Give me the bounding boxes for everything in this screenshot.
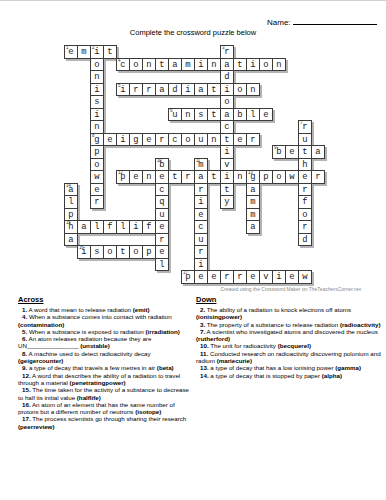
grid-cell[interactable]: i	[90, 83, 104, 97]
grid-cell[interactable]: l	[246, 108, 260, 122]
grid-cell[interactable]: a	[155, 83, 169, 97]
grid-cell[interactable]: i	[194, 195, 208, 209]
clue-number-label: 15	[66, 221, 70, 226]
clue-text: A word that mean to release radiation	[27, 306, 133, 313]
grid-cell[interactable]: a	[311, 145, 325, 159]
clue-item: 9. a type of decay that travels a few me…	[18, 364, 190, 371]
grid-cell[interactable]: t	[220, 183, 234, 197]
grid-cell[interactable]: e	[259, 108, 273, 122]
grid-cell[interactable]: m	[77, 45, 91, 59]
grid-cell[interactable]: f	[298, 195, 312, 209]
grid-cell[interactable]: o	[220, 95, 234, 109]
clue-number: 14.	[200, 372, 209, 379]
clue-item: 14. a type of decay that is stopped by p…	[196, 372, 382, 379]
grid-cell[interactable]: o	[181, 133, 195, 147]
clue-answer: (gamma)	[335, 364, 361, 371]
grid-cell[interactable]: e1	[64, 45, 78, 59]
grid-cell[interactable]: u6	[168, 108, 182, 122]
clue-text: When a substance is exposed to radiation	[27, 328, 145, 335]
clue-number-label: 3	[222, 46, 224, 51]
clue-number-label: 11	[196, 159, 200, 164]
clue-number: 13.	[200, 364, 209, 371]
clue-number-label: 2	[92, 46, 94, 51]
grid-cell[interactable]: b10	[155, 158, 169, 172]
grid-cell[interactable]: v	[220, 158, 234, 172]
down-heading: Down	[196, 295, 382, 304]
clue-item: 2. The ability of a radiation to knock e…	[196, 306, 382, 321]
grid-cell[interactable]: u	[155, 208, 169, 222]
grid-cell[interactable]: i	[220, 170, 234, 184]
grid-cell[interactable]: e	[194, 270, 208, 284]
worksheet-page: Name: Complete the crossword puzzle belo…	[0, 0, 386, 500]
clue-item: 7. A scientist who investigated atoms an…	[196, 328, 382, 343]
clue-number-label: 12	[118, 171, 122, 176]
grid-cell[interactable]: l	[64, 195, 78, 209]
down-clues-section: Down 2. The ability of a radiation to kn…	[196, 295, 382, 379]
clue-number: 16.	[22, 401, 31, 408]
clue-item: 8. A machine used to detect radioactivit…	[18, 350, 190, 365]
across-clue-list: 1. A word that mean to release radiation…	[18, 306, 190, 430]
grid-cell[interactable]: m	[181, 58, 195, 72]
clue-item: 12. A word that describes the ability of…	[18, 372, 190, 387]
clue-answer: (rutherford)	[196, 335, 230, 342]
grid-cell[interactable]: i	[246, 58, 260, 72]
grid-cell[interactable]: v	[259, 270, 273, 284]
clue-answer: (unstable)	[80, 342, 110, 349]
grid-cell[interactable]: n	[272, 58, 286, 72]
clue-text: A machine used to detect radioactivity d…	[27, 350, 150, 357]
grid-cell[interactable]: o	[129, 245, 143, 259]
clue-item: 3. The property of a substance to releas…	[196, 321, 382, 328]
grid-cell[interactable]: r	[298, 183, 312, 197]
grid-cell[interactable]: c	[220, 120, 234, 134]
grid-cell[interactable]: g	[129, 133, 143, 147]
grid-cell[interactable]: n	[142, 58, 156, 72]
grid-cell[interactable]: s	[90, 245, 104, 259]
grid-cell[interactable]: e	[207, 270, 221, 284]
clue-item: 16. An atom of an element that has the s…	[18, 401, 190, 416]
grid-cell[interactable]: u	[194, 233, 208, 247]
grid-cell[interactable]: l	[116, 220, 130, 234]
clue-item: 11. Conducted research on radioactivity …	[196, 350, 382, 365]
clue-text: a type of decay that travels a few metre…	[27, 364, 157, 371]
grid-cell[interactable]: d	[168, 83, 182, 97]
grid-cell[interactable]: r	[155, 133, 169, 147]
grid-cell[interactable]: i2	[90, 45, 104, 59]
clue-text: The process scientists go through sharin…	[31, 415, 187, 422]
grid-cell[interactable]: n	[90, 70, 104, 84]
clue-number-label: 13	[248, 171, 252, 176]
grid-cell[interactable]: t	[103, 45, 117, 59]
grid-cell[interactable]: p	[90, 145, 104, 159]
grid-cell[interactable]: t	[233, 58, 247, 72]
grid-cell[interactable]: e	[298, 170, 312, 184]
grid-cell[interactable]: l	[155, 258, 169, 272]
clue-number-label: 5	[118, 84, 120, 89]
grid-cell[interactable]: n	[90, 120, 104, 134]
clue-item: 10. The unit for radioactivity (becquere…	[196, 342, 382, 349]
grid-cell[interactable]: i	[194, 58, 208, 72]
grid-cell[interactable]: e	[155, 220, 169, 234]
grid-cell[interactable]: w	[298, 270, 312, 284]
grid-cell[interactable]: i	[272, 270, 286, 284]
clue-answer: (becquerel)	[278, 342, 311, 349]
grid-cell[interactable]: i	[129, 220, 143, 234]
clue-answer: (irradiation)	[146, 328, 180, 335]
clue-answer: (halflife)	[77, 394, 101, 401]
grid-cell[interactable]: w	[285, 170, 299, 184]
grid-cell[interactable]: g8	[90, 133, 104, 147]
clue-text: a type of decay that is stopped by paper	[209, 372, 322, 379]
grid-cell[interactable]: r	[181, 170, 195, 184]
grid-cell[interactable]: o	[233, 83, 247, 97]
grid-cell[interactable]: t	[298, 145, 312, 159]
crossword-grid: e1mi2tr3oc4ontaminationndii5rradiationso…	[64, 45, 324, 283]
grid-cell[interactable]: c	[155, 183, 169, 197]
grid-cell[interactable]: s	[194, 108, 208, 122]
grid-cell[interactable]: r	[298, 220, 312, 234]
grid-cell[interactable]: m11	[194, 158, 208, 172]
clue-number: 17.	[22, 415, 31, 422]
clue-item: 4. When a substance comes into contact w…	[18, 313, 190, 328]
grid-cell[interactable]: t	[155, 58, 169, 72]
grid-cell[interactable]: c4	[116, 58, 130, 72]
grid-cell[interactable]: b	[233, 108, 247, 122]
grid-cell[interactable]: a	[246, 220, 260, 234]
grid-cell[interactable]: g13	[246, 170, 260, 184]
clue-answer: (radioactivity)	[340, 321, 381, 328]
grid-cell[interactable]: o	[103, 245, 117, 259]
clue-number-label: 1	[66, 46, 68, 51]
grid-cell[interactable]: e	[90, 183, 104, 197]
clue-answer: (ionisingpower)	[196, 313, 242, 320]
grid-cell[interactable]: n	[246, 83, 260, 97]
name-label: Name:	[267, 18, 291, 27]
grid-cell[interactable]: e	[103, 133, 117, 147]
grid-cell[interactable]: e	[285, 145, 299, 159]
grid-cell[interactable]: e	[285, 270, 299, 284]
clue-answer: (emit)	[133, 306, 150, 313]
grid-cell[interactable]: m	[246, 195, 260, 209]
grid-cell[interactable]: r	[194, 245, 208, 259]
clue-answer: (peerreview)	[18, 423, 54, 430]
grid-cell[interactable]: a	[220, 58, 234, 72]
clue-number-label: 9	[274, 146, 276, 151]
grid-cell[interactable]: u	[194, 133, 208, 147]
grid-cell[interactable]: a	[194, 83, 208, 97]
grid-cell[interactable]: m	[246, 208, 260, 222]
grid-cell[interactable]: e	[155, 170, 169, 184]
clue-item: 6. An atom releases radiation because th…	[18, 335, 190, 350]
grid-cell[interactable]: i	[181, 83, 195, 97]
clue-text: A scientist who investigated atoms and d…	[205, 328, 378, 335]
grid-cell[interactable]: n	[181, 108, 195, 122]
clue-text: When a substance comes into contact with…	[27, 313, 171, 320]
grid-cell[interactable]: i	[220, 145, 234, 159]
grid-cell[interactable]: t	[207, 83, 221, 97]
grid-cell[interactable]: n	[207, 133, 221, 147]
grid-cell[interactable]: c	[194, 220, 208, 234]
grid-cell[interactable]: o	[90, 58, 104, 72]
clue-answer: (mariecurie)	[217, 357, 252, 364]
grid-cell[interactable]: f	[103, 220, 117, 234]
grid-cell[interactable]: o	[272, 170, 286, 184]
grid-cell[interactable]: q	[155, 195, 169, 209]
clue-number: 12.	[22, 372, 31, 379]
grid-cell[interactable]: i	[116, 133, 130, 147]
clue-number-label: 10	[157, 159, 161, 164]
grid-cell[interactable]: b9	[272, 145, 286, 159]
attribution-text: Created using the Crossword Maker on The…	[220, 286, 361, 292]
clue-number-label: 17	[183, 271, 187, 276]
clue-text: a type of decay that has a low ionising …	[209, 364, 336, 371]
clue-answer: (beta)	[157, 364, 174, 371]
clue-number-label: 4	[118, 59, 120, 64]
grid-cell[interactable]: c	[168, 133, 182, 147]
grid-cell[interactable]: p17	[181, 270, 195, 284]
clue-answer: (penetratingpower)	[70, 379, 126, 386]
grid-cell[interactable]: p	[64, 208, 78, 222]
clue-text: The unit for radioactivity	[209, 342, 278, 349]
grid-cell[interactable]: o	[129, 58, 143, 72]
grid-cell[interactable]: t	[207, 170, 221, 184]
grid-cell[interactable]: e	[246, 270, 260, 284]
grid-cell[interactable]: t	[116, 245, 130, 259]
grid-cell[interactable]: r7	[298, 120, 312, 134]
grid-cell[interactable]: p	[259, 170, 273, 184]
clue-number-label: 7	[300, 121, 302, 126]
name-row: Name:	[267, 16, 377, 27]
grid-cell[interactable]: f	[142, 220, 156, 234]
grid-cell[interactable]: a	[77, 220, 91, 234]
clue-number-label: 8	[92, 134, 94, 139]
grid-cell[interactable]: w	[90, 170, 104, 184]
grid-cell[interactable]: d	[220, 70, 234, 84]
grid-cell[interactable]: s	[90, 95, 104, 109]
grid-cell[interactable]: t	[220, 133, 234, 147]
clue-text: The property of a substance to release r…	[205, 321, 340, 328]
grid-cell[interactable]: a	[246, 183, 260, 197]
grid-cell[interactable]: l	[90, 220, 104, 234]
grid-cell[interactable]: i	[220, 83, 234, 97]
clue-number-label: 6	[170, 109, 172, 114]
clue-number: 10.	[200, 342, 209, 349]
page-title: Complete the crossword puzzle below	[0, 28, 386, 37]
clue-number-label: 16	[79, 246, 83, 251]
grid-cell[interactable]: r	[155, 233, 169, 247]
grid-cell[interactable]: u	[298, 133, 312, 147]
grid-cell[interactable]: a	[194, 170, 208, 184]
grid-cell[interactable]: a	[64, 233, 78, 247]
grid-cell[interactable]: r	[246, 133, 260, 147]
grid-cell[interactable]: t	[207, 108, 221, 122]
grid-cell[interactable]: e	[194, 208, 208, 222]
grid-cell[interactable]: r	[142, 83, 156, 97]
grid-cell[interactable]: n	[142, 170, 156, 184]
grid-cell[interactable]: n	[207, 58, 221, 72]
grid-cell[interactable]: r	[129, 83, 143, 97]
grid-cell[interactable]: i	[194, 258, 208, 272]
grid-cell[interactable]: o	[90, 158, 104, 172]
grid-cell[interactable]: a14	[64, 183, 78, 197]
grid-cell[interactable]: r	[220, 270, 234, 284]
clue-number-label: 14	[66, 184, 70, 189]
grid-cell[interactable]: p12	[116, 170, 130, 184]
clue-item: 1. A word that mean to release radiation…	[18, 306, 190, 313]
clue-answer: (alpha)	[322, 372, 342, 379]
grid-cell[interactable]: y	[220, 195, 234, 209]
grid-cell[interactable]: r	[311, 170, 325, 184]
clue-item: 5. When a substance is exposed to radiat…	[18, 328, 190, 335]
grid-cell[interactable]: d	[298, 233, 312, 247]
clue-text: The time taken for the activity of a sub…	[18, 386, 189, 400]
grid-cell[interactable]: e	[142, 133, 156, 147]
grid-cell[interactable]: o	[298, 208, 312, 222]
grid-cell[interactable]: r	[233, 270, 247, 284]
clue-answer: (isotope)	[135, 408, 161, 415]
clue-item: 15. The time taken for the activity of a…	[18, 386, 190, 401]
grid-cell[interactable]: r	[194, 183, 208, 197]
grid-cell[interactable]: n	[233, 170, 247, 184]
grid-cell[interactable]: a	[168, 58, 182, 72]
across-clues-section: Across 1. A word that mean to release ra…	[18, 295, 190, 430]
clue-item: 13. a type of decay that has a low ionis…	[196, 364, 382, 371]
grid-cell[interactable]: i	[90, 108, 104, 122]
grid-cell[interactable]: t	[168, 170, 182, 184]
down-clue-list: 2. The ability of a radiation to knock e…	[196, 306, 382, 379]
clue-answer: (contamination)	[18, 321, 64, 328]
grid-cell[interactable]: e	[129, 170, 143, 184]
across-heading: Across	[18, 295, 190, 304]
clue-text: The ability of a radiation to knock elec…	[205, 306, 351, 313]
name-input-line[interactable]	[293, 16, 377, 25]
grid-cell[interactable]: i16	[77, 245, 91, 259]
clue-number: 15.	[22, 386, 31, 393]
grid-cell[interactable]: e	[155, 245, 169, 259]
grid-cell[interactable]: e	[233, 133, 247, 147]
clue-item: 17. The process scientists go through sh…	[18, 415, 190, 430]
grid-cell[interactable]: r3	[220, 45, 234, 59]
grid-cell[interactable]: h15	[64, 220, 78, 234]
grid-cell[interactable]: i5	[116, 83, 130, 97]
grid-cell[interactable]: h	[298, 158, 312, 172]
grid-cell[interactable]: p	[142, 245, 156, 259]
clue-answer: (geigercounter)	[18, 357, 63, 364]
grid-cell[interactable]: o	[259, 58, 273, 72]
grid-cell[interactable]: r	[90, 195, 104, 209]
grid-cell[interactable]: a	[220, 108, 234, 122]
